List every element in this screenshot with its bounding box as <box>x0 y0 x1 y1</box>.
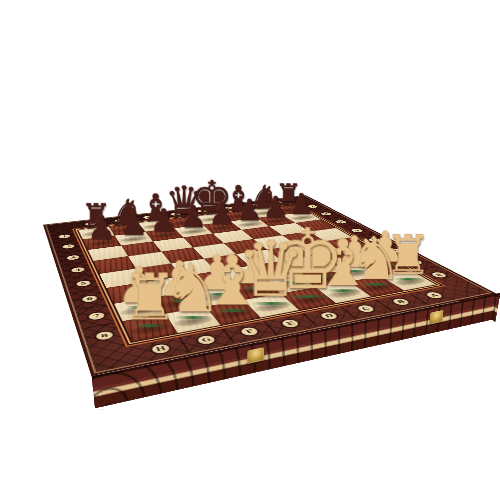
rank-label-7: 7 <box>88 312 106 321</box>
product-photo-stage: HGFEDCBA HGFEDCBA 12345678 12345678 ♜♞♝♛… <box>0 0 500 500</box>
piece-black-pawn: ♟ <box>150 206 178 235</box>
piece-black-pawn: ♟ <box>236 197 262 224</box>
brass-latch-icon <box>247 347 264 364</box>
board-wrapper: HGFEDCBA HGFEDCBA 12345678 12345678 ♜♞♝♛… <box>66 84 406 424</box>
brass-hinge-icon <box>429 310 444 325</box>
piece-white-rook: ♜ <box>121 269 178 327</box>
piece-black-pawn: ♟ <box>87 213 116 243</box>
piece-black-pawn: ♟ <box>119 209 147 238</box>
piece-black-pawn: ♟ <box>208 200 235 228</box>
chess-board: HGFEDCBA HGFEDCBA 12345678 12345678 ♜♞♝♛… <box>43 195 496 376</box>
rank-label-5: 5 <box>76 280 92 287</box>
rank-label-8: 8 <box>95 331 114 341</box>
rank-label-4: 4 <box>71 267 86 273</box>
piece-black-pawn: ♟ <box>180 203 207 231</box>
perspective-scene: HGFEDCBA HGFEDCBA 12345678 12345678 ♜♞♝♛… <box>66 84 406 424</box>
